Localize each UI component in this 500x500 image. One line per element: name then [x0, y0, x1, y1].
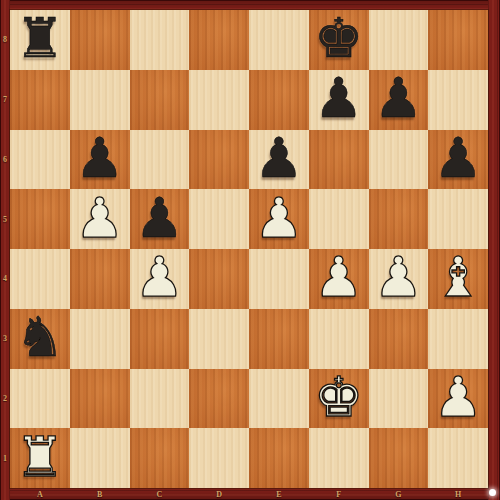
piece-black-pawn-e6[interactable]: ♟	[254, 131, 303, 186]
file-label-g: G	[369, 488, 429, 500]
rank-label-2: 2	[0, 369, 10, 429]
piece-white-pawn-e5[interactable]: ♟	[254, 191, 303, 246]
piece-white-pawn-h2[interactable]: ♟	[433, 370, 482, 425]
square-d7[interactable]	[189, 70, 249, 130]
square-f4[interactable]: ♟	[309, 249, 369, 309]
piece-black-pawn-h6[interactable]: ♟	[433, 131, 482, 186]
piece-black-pawn-b6[interactable]: ♟	[75, 131, 124, 186]
square-c8[interactable]	[130, 10, 190, 70]
square-f5[interactable]	[309, 189, 369, 249]
square-d4[interactable]	[189, 249, 249, 309]
square-g1[interactable]	[369, 428, 429, 488]
rank-label-1: 1	[0, 428, 10, 488]
square-f1[interactable]	[309, 428, 369, 488]
square-h3[interactable]	[428, 309, 488, 369]
rank-label-6: 6	[0, 130, 10, 190]
file-label-d: D	[189, 488, 249, 500]
square-g2[interactable]	[369, 369, 429, 429]
square-d3[interactable]	[189, 309, 249, 369]
rank-label-7: 7	[0, 70, 10, 130]
rank-label-4: 4	[0, 249, 10, 309]
square-f2[interactable]: ♚	[309, 369, 369, 429]
square-a6[interactable]	[10, 130, 70, 190]
rank-label-5: 5	[0, 189, 10, 249]
chess-board: ♜♚♟♟♟♟♟♟♟♟♟♟♟♝♞♚♟♜	[10, 10, 488, 488]
square-b5[interactable]: ♟	[70, 189, 130, 249]
piece-black-pawn-g7[interactable]: ♟	[374, 71, 423, 126]
square-a4[interactable]	[10, 249, 70, 309]
square-h8[interactable]	[428, 10, 488, 70]
square-a7[interactable]	[10, 70, 70, 130]
square-d2[interactable]	[189, 369, 249, 429]
square-a3[interactable]: ♞	[10, 309, 70, 369]
square-f3[interactable]	[309, 309, 369, 369]
file-label-a: A	[10, 488, 70, 500]
piece-white-king-f2[interactable]: ♚	[314, 370, 363, 425]
square-f7[interactable]: ♟	[309, 70, 369, 130]
square-g6[interactable]	[369, 130, 429, 190]
file-coordinates: ABCDEFGH	[10, 488, 488, 500]
square-a8[interactable]: ♜	[10, 10, 70, 70]
file-label-f: F	[309, 488, 369, 500]
piece-white-pawn-g4[interactable]: ♟	[374, 250, 423, 305]
square-b2[interactable]	[70, 369, 130, 429]
square-h7[interactable]	[428, 70, 488, 130]
square-b1[interactable]	[70, 428, 130, 488]
turn-indicator-dot	[489, 489, 496, 496]
piece-white-bishop-h4[interactable]: ♝	[433, 250, 482, 305]
square-h4[interactable]: ♝	[428, 249, 488, 309]
square-e7[interactable]	[249, 70, 309, 130]
square-b6[interactable]: ♟	[70, 130, 130, 190]
square-b3[interactable]	[70, 309, 130, 369]
square-c5[interactable]: ♟	[130, 189, 190, 249]
piece-black-knight-a3[interactable]: ♞	[15, 310, 64, 365]
square-c1[interactable]	[130, 428, 190, 488]
square-e3[interactable]	[249, 309, 309, 369]
square-a5[interactable]	[10, 189, 70, 249]
square-h1[interactable]	[428, 428, 488, 488]
piece-black-pawn-c5[interactable]: ♟	[135, 191, 184, 246]
square-f8[interactable]: ♚	[309, 10, 369, 70]
square-c3[interactable]	[130, 309, 190, 369]
piece-black-pawn-f7[interactable]: ♟	[314, 71, 363, 126]
square-c2[interactable]	[130, 369, 190, 429]
file-label-h: H	[428, 488, 488, 500]
square-h6[interactable]: ♟	[428, 130, 488, 190]
square-e5[interactable]: ♟	[249, 189, 309, 249]
square-e2[interactable]	[249, 369, 309, 429]
square-d5[interactable]	[189, 189, 249, 249]
file-label-b: B	[70, 488, 130, 500]
chess-board-frame: ♜♚♟♟♟♟♟♟♟♟♟♟♟♝♞♚♟♜ 87654321 ABCDEFGH	[0, 0, 500, 500]
file-label-c: C	[130, 488, 190, 500]
square-g7[interactable]: ♟	[369, 70, 429, 130]
square-b8[interactable]	[70, 10, 130, 70]
square-h2[interactable]: ♟	[428, 369, 488, 429]
piece-black-king-f8[interactable]: ♚	[314, 11, 363, 66]
square-g4[interactable]: ♟	[369, 249, 429, 309]
piece-white-pawn-c4[interactable]: ♟	[135, 250, 184, 305]
piece-white-rook-a1[interactable]: ♜	[15, 430, 64, 485]
square-g8[interactable]	[369, 10, 429, 70]
square-f6[interactable]	[309, 130, 369, 190]
file-label-e: E	[249, 488, 309, 500]
border-right-grain	[488, 0, 500, 500]
square-e8[interactable]	[249, 10, 309, 70]
rank-label-8: 8	[0, 10, 10, 70]
square-b7[interactable]	[70, 70, 130, 130]
piece-white-pawn-f4[interactable]: ♟	[314, 250, 363, 305]
rank-label-3: 3	[0, 309, 10, 369]
square-e1[interactable]	[249, 428, 309, 488]
square-c7[interactable]	[130, 70, 190, 130]
square-c4[interactable]: ♟	[130, 249, 190, 309]
square-c6[interactable]	[130, 130, 190, 190]
rank-coordinates: 87654321	[0, 10, 10, 488]
square-e4[interactable]	[249, 249, 309, 309]
square-a2[interactable]	[10, 369, 70, 429]
square-a1[interactable]: ♜	[10, 428, 70, 488]
square-h5[interactable]	[428, 189, 488, 249]
square-d8[interactable]	[189, 10, 249, 70]
square-e6[interactable]: ♟	[249, 130, 309, 190]
square-d6[interactable]	[189, 130, 249, 190]
piece-white-pawn-b5[interactable]: ♟	[75, 191, 124, 246]
square-g3[interactable]	[369, 309, 429, 369]
square-b4[interactable]	[70, 249, 130, 309]
piece-black-rook-a8[interactable]: ♜	[15, 11, 64, 66]
square-g5[interactable]	[369, 189, 429, 249]
square-d1[interactable]	[189, 428, 249, 488]
